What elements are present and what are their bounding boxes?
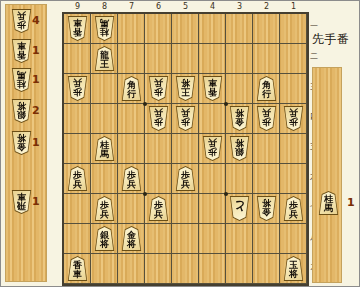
gote-piece-金将[interactable]: 金将 [11,131,32,155]
sente-piece-歩兵[interactable]: 歩兵 [94,196,115,221]
piece-kanji: 歩兵 [68,77,87,100]
file-label-5: 5 [172,2,199,11]
piece-kanji: 香車 [68,17,87,40]
gote-piece-桂馬[interactable]: 桂馬 [11,68,32,92]
square-9一[interactable]: 香車 [64,14,91,44]
square-6五[interactable] [145,134,172,164]
square-1一[interactable] [280,14,307,44]
square-4四[interactable] [199,104,226,134]
square-3七[interactable]: と [226,194,253,224]
square-6九[interactable] [145,254,172,284]
square-4五[interactable]: 歩兵 [199,134,226,164]
piece-kanji: 歩兵 [176,107,195,130]
square-4七[interactable] [199,194,226,224]
square-1三[interactable] [280,74,307,104]
square-5二[interactable] [172,44,199,74]
square-7三[interactable]: 角行 [118,74,145,104]
rank-label-2: 二 [308,51,320,62]
piece-kanji: 歩兵 [284,107,303,130]
sente-piece-歩兵[interactable]: 歩兵 [175,166,196,191]
file-label-6: 6 [145,2,172,11]
sente-hand-桂馬: 桂馬1 [313,191,341,215]
piece-kanji: 銀将 [12,100,31,122]
piece-kanji: 銀将 [95,227,114,250]
file-label-7: 7 [118,2,145,11]
square-9五[interactable] [64,134,91,164]
gote-piece-歩兵[interactable]: 歩兵 [256,106,277,131]
square-5三[interactable]: 王将 [172,74,199,104]
gote-piece-銀将[interactable]: 銀将 [11,99,32,123]
square-8七[interactable]: 歩兵 [91,194,118,224]
gote-piece-と[interactable]: と [229,196,250,221]
piece-kanji: と [230,197,249,220]
gote-hand-桂馬: 桂馬1 [6,68,46,92]
sente-piece-歩兵[interactable]: 歩兵 [67,166,88,191]
piece-kanji: 歩兵 [257,107,276,130]
square-3四[interactable]: 金将 [226,104,253,134]
square-7五[interactable] [118,134,145,164]
piece-kanji: 桂馬 [95,137,114,160]
square-2一[interactable] [253,14,280,44]
square-6八[interactable] [145,224,172,254]
piece-kanji: 桂馬 [319,192,338,214]
square-1四[interactable]: 歩兵 [280,104,307,134]
square-4六[interactable] [199,164,226,194]
sente-piece-桂馬[interactable]: 桂馬 [318,191,339,215]
gote-hand-歩兵: 歩兵4 [6,9,46,33]
square-8六[interactable] [91,164,118,194]
square-5五[interactable] [172,134,199,164]
square-8四[interactable] [91,104,118,134]
square-6一[interactable] [145,14,172,44]
square-1九[interactable]: 玉将 [280,254,307,284]
square-9七[interactable] [64,194,91,224]
sente-piece-金将[interactable]: 金将 [121,226,142,251]
square-2八[interactable] [253,224,280,254]
gote-hand-count: 1 [32,136,48,149]
piece-kanji: 歩兵 [68,167,87,190]
piece-kanji: 歩兵 [149,197,168,220]
square-7九[interactable] [118,254,145,284]
piece-kanji: 桂馬 [12,69,31,91]
square-6三[interactable]: 歩兵 [145,74,172,104]
square-7六[interactable]: 歩兵 [118,164,145,194]
piece-kanji: 香車 [12,40,31,62]
piece-kanji: 金将 [230,107,249,130]
square-1八[interactable] [280,224,307,254]
sente-hand-count: 1 [347,196,360,209]
gote-piece-銀将[interactable]: 銀将 [229,136,250,161]
file-label-3: 3 [226,2,253,11]
square-5八[interactable] [172,224,199,254]
square-4八[interactable] [199,224,226,254]
piece-kanji: 香車 [68,257,87,280]
square-9九[interactable]: 香車 [64,254,91,284]
square-4九[interactable] [199,254,226,284]
square-2三[interactable]: 角行 [253,74,280,104]
square-2二[interactable] [253,44,280,74]
gote-hand-銀将: 銀将2 [6,99,46,123]
square-4三[interactable]: 香車 [199,74,226,104]
square-7七[interactable] [118,194,145,224]
square-1七[interactable]: 歩兵 [280,194,307,224]
gote-hand-金将: 金将1 [6,131,46,155]
piece-kanji: 金将 [122,227,141,250]
piece-kanji: 角行 [257,77,276,100]
square-3一[interactable] [226,14,253,44]
square-3六[interactable] [226,164,253,194]
gote-piece-香車[interactable]: 香車 [202,76,223,101]
square-3八[interactable] [226,224,253,254]
gote-piece-金将[interactable]: 金将 [229,106,250,131]
square-3五[interactable]: 銀将 [226,134,253,164]
gote-piece-歩兵[interactable]: 歩兵 [175,106,196,131]
square-9八[interactable] [64,224,91,254]
square-5六[interactable]: 歩兵 [172,164,199,194]
sente-piece-歩兵[interactable]: 歩兵 [283,196,304,221]
piece-kanji: 玉将 [284,257,303,280]
square-6四[interactable]: 歩兵 [145,104,172,134]
piece-kanji: 歩兵 [95,197,114,220]
square-7一[interactable] [118,14,145,44]
gote-piece-歩兵[interactable]: 歩兵 [67,76,88,101]
piece-kanji: 歩兵 [149,77,168,100]
square-1二[interactable] [280,44,307,74]
square-6七[interactable]: 歩兵 [145,194,172,224]
gote-piece-歩兵[interactable]: 歩兵 [283,106,304,131]
gote-captured-tray: 歩兵4香車1桂馬1銀将2金将1飛車1 [5,4,47,282]
square-9四[interactable] [64,104,91,134]
sente-piece-香車[interactable]: 香車 [67,256,88,281]
sente-piece-龍王[interactable]: 龍王 [94,46,115,71]
gote-hand-飛車: 飛車1 [6,190,46,214]
square-3九[interactable] [226,254,253,284]
square-8一[interactable]: 桂馬 [91,14,118,44]
square-5四[interactable]: 歩兵 [172,104,199,134]
square-7二[interactable] [118,44,145,74]
gote-piece-歩兵[interactable]: 歩兵 [148,106,169,131]
gote-hand-count: 4 [32,14,48,27]
sente-piece-銀将[interactable]: 銀将 [94,226,115,251]
gote-hand-count: 2 [32,104,48,117]
square-8九[interactable] [91,254,118,284]
square-9六[interactable]: 歩兵 [64,164,91,194]
square-2九[interactable] [253,254,280,284]
square-7四[interactable] [118,104,145,134]
gote-piece-香車[interactable]: 香車 [11,39,32,63]
square-8二[interactable]: 龍王 [91,44,118,74]
sente-piece-歩兵[interactable]: 歩兵 [121,166,142,191]
sente-piece-歩兵[interactable]: 歩兵 [148,196,169,221]
gote-piece-歩兵[interactable]: 歩兵 [202,136,223,161]
square-1五[interactable] [280,134,307,164]
file-label-9: 9 [64,2,91,11]
file-label-1: 1 [280,2,307,11]
square-6六[interactable] [145,164,172,194]
square-8三[interactable] [91,74,118,104]
square-2四[interactable]: 歩兵 [253,104,280,134]
square-4一[interactable] [199,14,226,44]
piece-kanji: 銀将 [230,137,249,160]
square-9三[interactable]: 歩兵 [64,74,91,104]
file-label-2: 2 [253,2,280,11]
piece-kanji: 歩兵 [122,167,141,190]
turn-indicator: 先手番 [312,31,360,48]
gote-piece-歩兵[interactable]: 歩兵 [148,76,169,101]
gote-piece-金将[interactable]: 金将 [256,196,277,221]
square-7八[interactable]: 金将 [118,224,145,254]
gote-piece-王将[interactable]: 王将 [175,76,196,101]
square-5一[interactable] [172,14,199,44]
piece-kanji: 歩兵 [12,10,31,32]
sente-piece-桂馬[interactable]: 桂馬 [94,136,115,161]
gote-hand-香車: 香車1 [6,39,46,63]
piece-kanji: 金将 [257,197,276,220]
square-5九[interactable] [172,254,199,284]
sente-piece-角行[interactable]: 角行 [121,76,142,101]
piece-kanji: 王将 [176,77,195,100]
sente-piece-玉将[interactable]: 玉将 [283,256,304,281]
piece-kanji: 桂馬 [95,17,114,40]
piece-kanji: 金将 [12,132,31,154]
piece-kanji: 龍王 [95,47,114,70]
square-2六[interactable] [253,164,280,194]
file-label-4: 4 [199,2,226,11]
square-9二[interactable] [64,44,91,74]
gote-hand-count: 1 [32,44,48,57]
square-4二[interactable] [199,44,226,74]
square-5七[interactable] [172,194,199,224]
sente-piece-角行[interactable]: 角行 [256,76,277,101]
gote-piece-飛車[interactable]: 飛車 [11,190,32,214]
square-2七[interactable]: 金将 [253,194,280,224]
square-1六[interactable] [280,164,307,194]
piece-kanji: 飛車 [12,191,31,213]
piece-kanji: 香車 [203,77,222,100]
gote-piece-香車[interactable]: 香車 [67,16,88,41]
square-2五[interactable] [253,134,280,164]
square-3二[interactable] [226,44,253,74]
square-6二[interactable] [145,44,172,74]
square-3三[interactable] [226,74,253,104]
file-label-8: 8 [91,2,118,11]
piece-kanji: 歩兵 [203,137,222,160]
gote-piece-歩兵[interactable]: 歩兵 [11,9,32,33]
shogi-diagram: 歩兵4香車1桂馬1銀将2金将1飛車1 香車桂馬龍王歩兵角行歩兵王将香車角行歩兵歩… [0,0,360,287]
sente-captured-tray: 桂馬1 [312,67,342,283]
piece-kanji: 歩兵 [149,107,168,130]
gote-hand-count: 1 [32,195,48,208]
piece-kanji: 歩兵 [284,197,303,220]
square-8五[interactable]: 桂馬 [91,134,118,164]
square-8八[interactable]: 銀将 [91,224,118,254]
gote-hand-count: 1 [32,73,48,86]
piece-kanji: 角行 [122,77,141,100]
shogi-board: 香車桂馬龍王歩兵角行歩兵王将香車角行歩兵歩兵金将歩兵歩兵桂馬歩兵銀将歩兵歩兵歩兵… [62,12,309,286]
piece-kanji: 歩兵 [176,167,195,190]
gote-piece-桂馬[interactable]: 桂馬 [94,16,115,41]
